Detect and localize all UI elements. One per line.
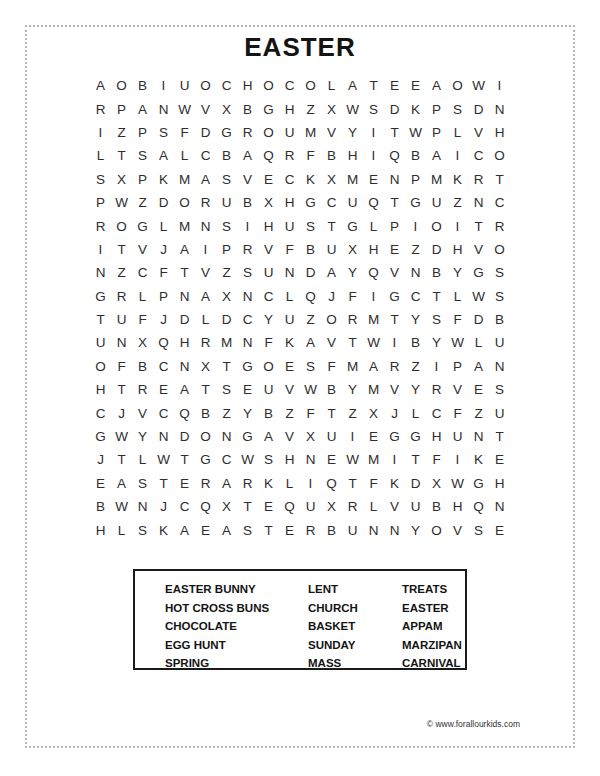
grid-cell: G bbox=[90, 425, 111, 448]
grid-cell: V bbox=[195, 97, 216, 120]
grid-cell: T bbox=[321, 214, 342, 237]
grid-cell: C bbox=[321, 191, 342, 214]
grid-cell: G bbox=[300, 191, 321, 214]
grid-cell: Q bbox=[384, 144, 405, 167]
grid-cell: B bbox=[405, 331, 426, 354]
grid-cell: G bbox=[258, 97, 279, 120]
grid-cell: L bbox=[321, 74, 342, 97]
grid-cell: K bbox=[258, 472, 279, 495]
grid-cell: W bbox=[342, 97, 363, 120]
grid-cell: C bbox=[426, 401, 447, 424]
grid-cell: B bbox=[300, 238, 321, 261]
grid-cell: C bbox=[195, 144, 216, 167]
grid-cell: E bbox=[174, 472, 195, 495]
grid-cell: W bbox=[468, 74, 489, 97]
grid-cell: W bbox=[447, 331, 468, 354]
grid-cell: R bbox=[279, 144, 300, 167]
grid-cell: H bbox=[489, 121, 510, 144]
grid-cell: W bbox=[237, 448, 258, 471]
word-list-columns: EASTER BUNNYHOT CROSS BUNSCHOCOLATEEGG H… bbox=[135, 571, 465, 673]
grid-cell: S bbox=[489, 285, 510, 308]
grid-cell: F bbox=[153, 261, 174, 284]
grid-cell: O bbox=[426, 214, 447, 237]
grid-cell: I bbox=[90, 238, 111, 261]
grid-cell: O bbox=[174, 191, 195, 214]
grid-cell: K bbox=[153, 518, 174, 541]
puzzle-title: EASTER bbox=[0, 32, 600, 63]
grid-cell: F bbox=[279, 238, 300, 261]
grid-cell: S bbox=[237, 261, 258, 284]
grid-cell: H bbox=[279, 97, 300, 120]
grid-cell: V bbox=[195, 261, 216, 284]
grid-cell: B bbox=[489, 308, 510, 331]
grid-cell: N bbox=[300, 448, 321, 471]
word-item: SPRING bbox=[165, 654, 308, 673]
grid-cell: P bbox=[153, 285, 174, 308]
grid-cell: M bbox=[342, 168, 363, 191]
word-item: TREATS bbox=[402, 580, 465, 599]
grid-cell: U bbox=[321, 238, 342, 261]
grid-cell: W bbox=[363, 331, 384, 354]
word-item: MASS bbox=[308, 654, 402, 673]
grid-cell: C bbox=[132, 261, 153, 284]
grid-cell: X bbox=[132, 331, 153, 354]
grid-cell: L bbox=[132, 448, 153, 471]
grid-cell: U bbox=[489, 401, 510, 424]
grid-cell: D bbox=[174, 425, 195, 448]
grid-cell: S bbox=[216, 168, 237, 191]
grid-cell: T bbox=[111, 448, 132, 471]
grid-cell: H bbox=[237, 74, 258, 97]
grid-cell: T bbox=[111, 238, 132, 261]
grid-cell: O bbox=[489, 238, 510, 261]
grid-cell: A bbox=[258, 425, 279, 448]
grid-cell: E bbox=[258, 168, 279, 191]
grid-cell: U bbox=[279, 308, 300, 331]
word-list-box: EASTER BUNNYHOT CROSS BUNSCHOCOLATEEGG H… bbox=[133, 569, 467, 670]
grid-cell: G bbox=[405, 425, 426, 448]
grid-cell: P bbox=[447, 355, 468, 378]
grid-cell: F bbox=[447, 308, 468, 331]
grid-cell: H bbox=[90, 518, 111, 541]
grid-cell: D bbox=[174, 308, 195, 331]
grid-cell: G bbox=[468, 261, 489, 284]
grid-cell: E bbox=[363, 168, 384, 191]
grid-cell: F bbox=[258, 331, 279, 354]
word-item: LENT bbox=[308, 580, 402, 599]
grid-cell: D bbox=[216, 308, 237, 331]
grid-cell: V bbox=[384, 261, 405, 284]
grid-cell: I bbox=[342, 425, 363, 448]
word-item: BASKET bbox=[308, 617, 402, 636]
grid-cell: N bbox=[384, 168, 405, 191]
grid-cell: I bbox=[195, 238, 216, 261]
grid-cell: W bbox=[300, 378, 321, 401]
grid-cell: S bbox=[90, 168, 111, 191]
grid-cell: L bbox=[174, 144, 195, 167]
grid-cell: P bbox=[132, 168, 153, 191]
grid-cell: V bbox=[237, 168, 258, 191]
grid-cell: B bbox=[426, 261, 447, 284]
grid-cell: R bbox=[195, 191, 216, 214]
grid-cell: A bbox=[468, 355, 489, 378]
grid-cell: O bbox=[258, 74, 279, 97]
grid-cell: Q bbox=[258, 144, 279, 167]
grid-cell: J bbox=[384, 401, 405, 424]
grid-cell: N bbox=[174, 355, 195, 378]
grid-cell: D bbox=[468, 308, 489, 331]
grid-cell: N bbox=[90, 261, 111, 284]
grid-cell: M bbox=[174, 214, 195, 237]
grid-cell: N bbox=[195, 214, 216, 237]
grid-cell: D bbox=[405, 472, 426, 495]
grid-cell: B bbox=[90, 495, 111, 518]
grid-cell: I bbox=[447, 144, 468, 167]
grid-cell: U bbox=[426, 191, 447, 214]
grid-cell: V bbox=[279, 378, 300, 401]
grid-cell: Y bbox=[342, 121, 363, 144]
grid-cell: H bbox=[489, 472, 510, 495]
grid-cell: T bbox=[153, 472, 174, 495]
grid-cell: O bbox=[258, 355, 279, 378]
word-item: SUNDAY bbox=[308, 636, 402, 655]
grid-cell: Z bbox=[300, 308, 321, 331]
grid-cell: L bbox=[279, 285, 300, 308]
grid-cell: O bbox=[426, 518, 447, 541]
grid-cell: S bbox=[426, 308, 447, 331]
grid-cell: M bbox=[342, 355, 363, 378]
grid-cell: Z bbox=[468, 401, 489, 424]
grid-cell: I bbox=[153, 74, 174, 97]
grid-cell: Y bbox=[342, 378, 363, 401]
grid-cell: E bbox=[489, 518, 510, 541]
grid-cell: G bbox=[405, 191, 426, 214]
grid-cell: I bbox=[384, 331, 405, 354]
grid-cell: F bbox=[174, 121, 195, 144]
grid-cell: X bbox=[300, 425, 321, 448]
grid-cell: A bbox=[90, 74, 111, 97]
grid-cell: T bbox=[111, 144, 132, 167]
grid-cell: Q bbox=[174, 401, 195, 424]
grid-cell: N bbox=[174, 285, 195, 308]
grid-cell: O bbox=[111, 74, 132, 97]
grid-cell: I bbox=[426, 355, 447, 378]
grid-cell: B bbox=[132, 74, 153, 97]
grid-cell: Z bbox=[111, 261, 132, 284]
word-list-column3: TREATSEASTERAPPAMMARZIPANCARNIVAL bbox=[402, 580, 465, 673]
grid-cell: R bbox=[132, 378, 153, 401]
grid-cell: G bbox=[90, 285, 111, 308]
grid-cell: W bbox=[111, 191, 132, 214]
word-search-grid: AOBIUOCHOCOLATEEAOWIRPANWVXBGHZXWSDKPSDN… bbox=[90, 74, 510, 542]
grid-cell: K bbox=[384, 472, 405, 495]
grid-cell: Z bbox=[300, 97, 321, 120]
grid-cell: H bbox=[90, 378, 111, 401]
grid-cell: I bbox=[363, 285, 384, 308]
grid-cell: E bbox=[384, 74, 405, 97]
grid-cell: F bbox=[426, 448, 447, 471]
grid-cell: S bbox=[132, 472, 153, 495]
grid-cell: S bbox=[258, 448, 279, 471]
grid-cell: Z bbox=[132, 191, 153, 214]
grid-cell: Z bbox=[216, 401, 237, 424]
grid-cell: V bbox=[468, 238, 489, 261]
word-item: CHURCH bbox=[308, 599, 402, 618]
grid-cell: A bbox=[132, 97, 153, 120]
grid-cell: L bbox=[111, 518, 132, 541]
grid-cell: W bbox=[111, 425, 132, 448]
grid-cell: I bbox=[90, 121, 111, 144]
grid-cell: T bbox=[342, 472, 363, 495]
grid-cell: Q bbox=[279, 495, 300, 518]
grid-cell: G bbox=[237, 425, 258, 448]
grid-cell: V bbox=[321, 331, 342, 354]
grid-cell: B bbox=[258, 401, 279, 424]
grid-cell: S bbox=[447, 97, 468, 120]
grid-cell: T bbox=[384, 121, 405, 144]
grid-cell: W bbox=[153, 448, 174, 471]
word-item: HOT CROSS BUNS bbox=[165, 599, 308, 618]
grid-cell: A bbox=[426, 144, 447, 167]
grid-cell: W bbox=[405, 121, 426, 144]
grid-cell: T bbox=[258, 518, 279, 541]
grid-cell: T bbox=[405, 448, 426, 471]
grid-cell: Q bbox=[153, 331, 174, 354]
grid-cell: K bbox=[447, 168, 468, 191]
grid-cell: B bbox=[321, 144, 342, 167]
grid-cell: W bbox=[111, 495, 132, 518]
grid-cell: C bbox=[279, 74, 300, 97]
grid-cell: T bbox=[90, 308, 111, 331]
grid-cell: D bbox=[300, 261, 321, 284]
grid-cell: O bbox=[90, 355, 111, 378]
grid-cell: N bbox=[363, 518, 384, 541]
grid-cell: R bbox=[195, 472, 216, 495]
word-item: EGG HUNT bbox=[165, 636, 308, 655]
grid-cell: V bbox=[258, 238, 279, 261]
grid-cell: U bbox=[174, 74, 195, 97]
grid-cell: U bbox=[258, 261, 279, 284]
grid-cell: I bbox=[405, 214, 426, 237]
grid-cell: U bbox=[405, 495, 426, 518]
grid-cell: T bbox=[384, 191, 405, 214]
grid-cell: R bbox=[300, 518, 321, 541]
grid-cell: C bbox=[237, 308, 258, 331]
grid-cell: G bbox=[468, 472, 489, 495]
grid-cell: H bbox=[447, 495, 468, 518]
grid-cell: X bbox=[216, 97, 237, 120]
grid-cell: E bbox=[363, 425, 384, 448]
grid-cell: R bbox=[195, 331, 216, 354]
grid-cell: Y bbox=[258, 308, 279, 331]
grid-cell: N bbox=[132, 495, 153, 518]
grid-cell: S bbox=[132, 144, 153, 167]
grid-cell: W bbox=[447, 472, 468, 495]
grid-cell: Q bbox=[321, 472, 342, 495]
grid-cell: N bbox=[153, 97, 174, 120]
grid-cell: N bbox=[216, 425, 237, 448]
grid-cell: E bbox=[405, 74, 426, 97]
grid-cell: I bbox=[363, 144, 384, 167]
grid-cell: R bbox=[90, 214, 111, 237]
grid-cell: L bbox=[153, 214, 174, 237]
grid-cell: G bbox=[216, 121, 237, 144]
grid-cell: C bbox=[489, 191, 510, 214]
grid-cell: G bbox=[237, 355, 258, 378]
grid-cell: C bbox=[468, 144, 489, 167]
grid-cell: D bbox=[195, 121, 216, 144]
grid-cell: Q bbox=[300, 285, 321, 308]
grid-cell: M bbox=[363, 378, 384, 401]
grid-cell: E bbox=[321, 448, 342, 471]
grid-cell: T bbox=[363, 74, 384, 97]
grid-cell: U bbox=[111, 308, 132, 331]
grid-cell: T bbox=[195, 378, 216, 401]
grid-cell: O bbox=[300, 74, 321, 97]
grid-cell: T bbox=[489, 168, 510, 191]
grid-cell: K bbox=[153, 168, 174, 191]
grid-cell: S bbox=[363, 97, 384, 120]
grid-cell: I bbox=[489, 74, 510, 97]
grid-cell: C bbox=[174, 495, 195, 518]
word-list-column1: EASTER BUNNYHOT CROSS BUNSCHOCOLATEEGG H… bbox=[165, 580, 308, 673]
word-list-column2: LENTCHURCHBASKETSUNDAYMASS bbox=[308, 580, 402, 673]
grid-cell: Y bbox=[342, 261, 363, 284]
grid-cell: L bbox=[405, 401, 426, 424]
grid-cell: P bbox=[132, 121, 153, 144]
grid-cell: X bbox=[216, 285, 237, 308]
grid-cell: P bbox=[90, 191, 111, 214]
grid-cell: B bbox=[237, 191, 258, 214]
grid-cell: G bbox=[384, 285, 405, 308]
grid-cell: Q bbox=[363, 261, 384, 284]
grid-cell: F bbox=[300, 401, 321, 424]
grid-cell: E bbox=[237, 378, 258, 401]
grid-cell: I bbox=[363, 121, 384, 144]
grid-cell: A bbox=[342, 74, 363, 97]
grid-cell: U bbox=[216, 191, 237, 214]
grid-cell: J bbox=[111, 401, 132, 424]
grid-cell: L bbox=[195, 308, 216, 331]
grid-cell: K bbox=[405, 97, 426, 120]
grid-cell: Q bbox=[468, 495, 489, 518]
grid-cell: X bbox=[111, 168, 132, 191]
grid-cell: A bbox=[174, 238, 195, 261]
grid-cell: F bbox=[321, 355, 342, 378]
grid-cell: G bbox=[195, 448, 216, 471]
grid-cell: N bbox=[468, 425, 489, 448]
grid-cell: E bbox=[90, 472, 111, 495]
grid-cell: X bbox=[321, 97, 342, 120]
grid-cell: Z bbox=[111, 121, 132, 144]
word-item: CARNIVAL bbox=[402, 654, 465, 673]
grid-cell: Q bbox=[195, 495, 216, 518]
grid-cell: Z bbox=[405, 355, 426, 378]
grid-cell: E bbox=[279, 355, 300, 378]
grid-cell: A bbox=[321, 261, 342, 284]
grid-cell: S bbox=[132, 518, 153, 541]
grid-cell: T bbox=[342, 331, 363, 354]
grid-cell: R bbox=[468, 168, 489, 191]
grid-cell: Z bbox=[216, 261, 237, 284]
grid-cell: O bbox=[447, 74, 468, 97]
grid-cell: H bbox=[342, 144, 363, 167]
grid-cell: C bbox=[153, 355, 174, 378]
grid-cell: E bbox=[489, 448, 510, 471]
grid-cell: P bbox=[111, 97, 132, 120]
grid-cell: U bbox=[342, 191, 363, 214]
grid-cell: R bbox=[111, 285, 132, 308]
grid-cell: T bbox=[174, 261, 195, 284]
grid-cell: F bbox=[363, 472, 384, 495]
grid-cell: F bbox=[300, 144, 321, 167]
grid-cell: L bbox=[363, 214, 384, 237]
grid-cell: K bbox=[468, 448, 489, 471]
grid-cell: U bbox=[90, 331, 111, 354]
grid-cell: O bbox=[258, 121, 279, 144]
grid-cell: B bbox=[132, 355, 153, 378]
grid-cell: L bbox=[132, 285, 153, 308]
grid-cell: S bbox=[237, 518, 258, 541]
grid-cell: B bbox=[321, 378, 342, 401]
grid-cell: T bbox=[426, 285, 447, 308]
grid-cell: C bbox=[90, 401, 111, 424]
grid-cell: C bbox=[258, 285, 279, 308]
grid-cell: T bbox=[321, 401, 342, 424]
grid-cell: X bbox=[258, 191, 279, 214]
grid-cell: S bbox=[489, 261, 510, 284]
grid-cell: G bbox=[384, 425, 405, 448]
grid-cell: R bbox=[237, 238, 258, 261]
grid-cell: W bbox=[468, 285, 489, 308]
grid-cell: P bbox=[426, 97, 447, 120]
grid-cell: Y bbox=[405, 378, 426, 401]
grid-cell: H bbox=[426, 425, 447, 448]
grid-cell: M bbox=[363, 308, 384, 331]
grid-cell: F bbox=[132, 308, 153, 331]
grid-cell: I bbox=[384, 448, 405, 471]
word-item: EASTER BUNNY bbox=[165, 580, 308, 599]
grid-cell: D bbox=[426, 238, 447, 261]
grid-cell: P bbox=[384, 214, 405, 237]
grid-cell: T bbox=[216, 355, 237, 378]
grid-cell: E bbox=[153, 378, 174, 401]
grid-cell: X bbox=[321, 495, 342, 518]
grid-cell: Y bbox=[447, 261, 468, 284]
grid-cell: N bbox=[489, 97, 510, 120]
grid-cell: Y bbox=[132, 425, 153, 448]
grid-cell: W bbox=[342, 448, 363, 471]
grid-cell: S bbox=[300, 214, 321, 237]
grid-cell: J bbox=[153, 308, 174, 331]
grid-cell: N bbox=[384, 518, 405, 541]
grid-cell: L bbox=[363, 495, 384, 518]
grid-cell: N bbox=[237, 285, 258, 308]
grid-cell: M bbox=[174, 168, 195, 191]
grid-cell: V bbox=[447, 518, 468, 541]
grid-cell: B bbox=[195, 401, 216, 424]
grid-cell: X bbox=[342, 238, 363, 261]
grid-cell: H bbox=[363, 238, 384, 261]
grid-cell: E bbox=[468, 378, 489, 401]
grid-cell: B bbox=[321, 518, 342, 541]
grid-cell: M bbox=[363, 448, 384, 471]
grid-cell: X bbox=[216, 495, 237, 518]
grid-cell: D bbox=[153, 191, 174, 214]
grid-cell: V bbox=[447, 378, 468, 401]
grid-cell: V bbox=[384, 378, 405, 401]
grid-cell: K bbox=[279, 331, 300, 354]
